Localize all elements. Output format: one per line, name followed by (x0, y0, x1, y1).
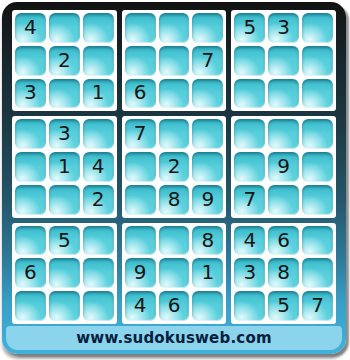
cell-r6c2[interactable] (49, 185, 80, 215)
cell-r7c6[interactable]: 8 (192, 226, 223, 256)
cell-r2c2[interactable]: 2 (49, 46, 80, 76)
box-3: 53 (231, 10, 336, 111)
cell-r2c5[interactable] (159, 46, 190, 76)
cell-r2c9[interactable] (302, 46, 333, 76)
box-1: 4231 (12, 10, 117, 111)
cell-r4c8[interactable] (268, 119, 299, 149)
cell-r6c6[interactable]: 9 (192, 185, 223, 215)
cell-r3c9[interactable] (302, 79, 333, 109)
cell-r5c7[interactable] (234, 152, 265, 182)
box-5: 7289 (122, 116, 227, 217)
cell-r6c5[interactable]: 8 (159, 185, 190, 215)
cell-r7c2[interactable]: 5 (49, 226, 80, 256)
cell-r5c9[interactable] (302, 152, 333, 182)
cell-r4c7[interactable] (234, 119, 265, 149)
cell-r4c6[interactable] (192, 119, 223, 149)
cell-r1c9[interactable] (302, 13, 333, 43)
cell-r2c6[interactable]: 7 (192, 46, 223, 76)
cell-r6c8[interactable] (268, 185, 299, 215)
cell-r4c9[interactable] (302, 119, 333, 149)
footer-bar: www.sudokusweb.com (6, 326, 342, 350)
cell-r2c3[interactable] (83, 46, 114, 76)
cell-r7c9[interactable] (302, 226, 333, 256)
cell-r9c4[interactable]: 4 (125, 291, 156, 321)
cell-r8c4[interactable]: 9 (125, 258, 156, 288)
cell-r8c7[interactable]: 3 (234, 258, 265, 288)
cell-r1c1[interactable]: 4 (15, 13, 46, 43)
cell-r2c1[interactable] (15, 46, 46, 76)
cell-r5c1[interactable] (15, 152, 46, 182)
cell-r3c2[interactable] (49, 79, 80, 109)
cell-r2c8[interactable] (268, 46, 299, 76)
cell-r1c3[interactable] (83, 13, 114, 43)
box-9: 463857 (231, 223, 336, 324)
cell-r9c5[interactable]: 6 (159, 291, 190, 321)
cell-r7c4[interactable] (125, 226, 156, 256)
cell-r9c7[interactable] (234, 291, 265, 321)
board-frame: 4231 76 53 3142 7289 97 56 89146 463857 … (2, 2, 346, 354)
cell-r7c5[interactable] (159, 226, 190, 256)
cell-r7c3[interactable] (83, 226, 114, 256)
cell-r1c8[interactable]: 3 (268, 13, 299, 43)
cell-r6c4[interactable] (125, 185, 156, 215)
cell-r2c4[interactable] (125, 46, 156, 76)
cell-r9c1[interactable] (15, 291, 46, 321)
cell-r9c2[interactable] (49, 291, 80, 321)
cell-r4c1[interactable] (15, 119, 46, 149)
cell-r4c2[interactable]: 3 (49, 119, 80, 149)
cell-r6c1[interactable] (15, 185, 46, 215)
cell-r9c3[interactable] (83, 291, 114, 321)
cell-r5c2[interactable]: 1 (49, 152, 80, 182)
cell-r1c4[interactable] (125, 13, 156, 43)
cell-r8c1[interactable]: 6 (15, 258, 46, 288)
cell-r1c5[interactable] (159, 13, 190, 43)
cell-r8c3[interactable] (83, 258, 114, 288)
cell-r6c9[interactable] (302, 185, 333, 215)
cell-r8c5[interactable] (159, 258, 190, 288)
cell-r3c7[interactable] (234, 79, 265, 109)
cell-r1c6[interactable] (192, 13, 223, 43)
cell-r5c5[interactable]: 2 (159, 152, 190, 182)
cell-r5c6[interactable] (192, 152, 223, 182)
cell-r1c2[interactable] (49, 13, 80, 43)
cell-r7c7[interactable]: 4 (234, 226, 265, 256)
cell-r3c3[interactable]: 1 (83, 79, 114, 109)
cell-r1c7[interactable]: 5 (234, 13, 265, 43)
box-8: 89146 (122, 223, 227, 324)
cell-r8c9[interactable] (302, 258, 333, 288)
box-6: 97 (231, 116, 336, 217)
cell-r3c4[interactable]: 6 (125, 79, 156, 109)
cell-r9c8[interactable]: 5 (268, 291, 299, 321)
cell-r4c3[interactable] (83, 119, 114, 149)
cell-r4c4[interactable]: 7 (125, 119, 156, 149)
box-4: 3142 (12, 116, 117, 217)
cell-r3c8[interactable] (268, 79, 299, 109)
box-2: 76 (122, 10, 227, 111)
cell-r3c5[interactable] (159, 79, 190, 109)
cell-r9c6[interactable] (192, 291, 223, 321)
cell-r7c8[interactable]: 6 (268, 226, 299, 256)
box-7: 56 (12, 223, 117, 324)
cell-r7c1[interactable] (15, 226, 46, 256)
cell-r5c3[interactable]: 4 (83, 152, 114, 182)
cell-r9c9[interactable]: 7 (302, 291, 333, 321)
cell-r8c8[interactable]: 8 (268, 258, 299, 288)
cell-r3c1[interactable]: 3 (15, 79, 46, 109)
website-link[interactable]: www.sudokusweb.com (76, 329, 271, 347)
cell-r5c8[interactable]: 9 (268, 152, 299, 182)
sudoku-board: 4231 76 53 3142 7289 97 56 89146 463857 (12, 10, 336, 324)
cell-r5c4[interactable] (125, 152, 156, 182)
cell-r8c2[interactable] (49, 258, 80, 288)
cell-r8c6[interactable]: 1 (192, 258, 223, 288)
cell-r6c7[interactable]: 7 (234, 185, 265, 215)
sudoku-app: 4231 76 53 3142 7289 97 56 89146 463857 … (0, 0, 350, 360)
cell-r6c3[interactable]: 2 (83, 185, 114, 215)
cell-r3c6[interactable] (192, 79, 223, 109)
cell-r4c5[interactable] (159, 119, 190, 149)
cell-r2c7[interactable] (234, 46, 265, 76)
